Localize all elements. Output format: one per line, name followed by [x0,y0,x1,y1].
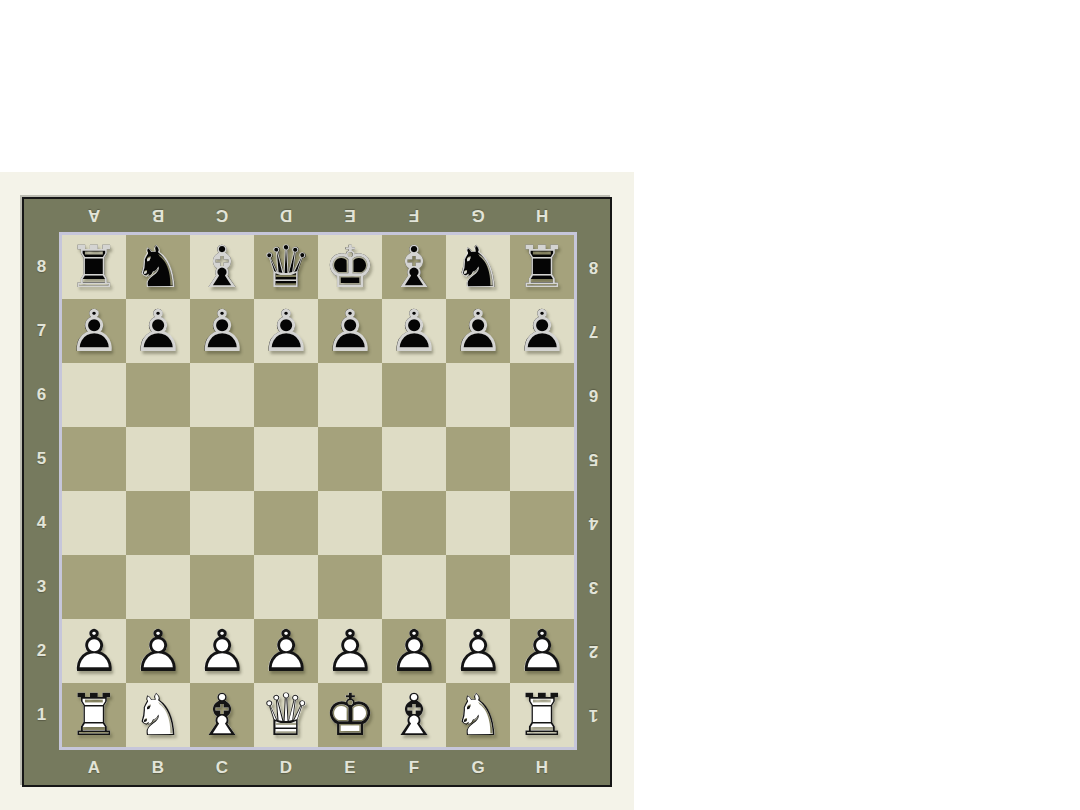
square-g4[interactable] [446,491,510,555]
piece-black-pawn-g7[interactable]: ♟♙ [446,299,510,363]
black-pawn-outline-icon: ♙ [382,299,446,363]
square-g3[interactable] [446,555,510,619]
chess-board: ABCDEFGH ABCDEFGH 87654321 87654321 ♜♖♞♘… [22,197,612,787]
file-label-h: H [510,199,574,232]
white-bishop-outline-icon: ♗ [382,683,446,747]
piece-black-pawn-h7[interactable]: ♟♙ [510,299,574,363]
square-f8[interactable]: ♝♗ [382,235,446,299]
file-label-b: B [126,199,190,232]
square-b2[interactable]: ♟♙ [126,619,190,683]
piece-black-knight-g8[interactable]: ♞♘ [446,235,510,299]
file-label-h: H [510,750,574,785]
black-pawn-outline-icon: ♙ [510,299,574,363]
square-c6[interactable] [190,363,254,427]
rank-label-6: 6 [577,363,610,427]
square-a4[interactable] [62,491,126,555]
piece-white-knight-g1[interactable]: ♞♘ [446,683,510,747]
rank-label-1: 1 [24,683,59,747]
square-c8[interactable]: ♝♗ [190,235,254,299]
black-queen-outline-icon: ♕ [254,235,318,299]
black-bishop-outline-icon: ♗ [382,235,446,299]
square-h8[interactable]: ♜♖ [510,235,574,299]
square-b1[interactable]: ♞♘ [126,683,190,747]
square-e4[interactable] [318,491,382,555]
rank-labels-left: 87654321 [24,235,59,747]
square-d5[interactable] [254,427,318,491]
square-h7[interactable]: ♟♙ [510,299,574,363]
square-h1[interactable]: ♜♖ [510,683,574,747]
square-b7[interactable]: ♟♙ [126,299,190,363]
piece-white-bishop-f1[interactable]: ♝♗ [382,683,446,747]
square-h5[interactable] [510,427,574,491]
white-pawn-outline-icon: ♙ [446,619,510,683]
square-e8[interactable]: ♚♔ [318,235,382,299]
square-d4[interactable] [254,491,318,555]
black-bishop-outline-icon: ♗ [190,235,254,299]
board-panel: ABCDEFGH ABCDEFGH 87654321 87654321 ♜♖♞♘… [0,172,634,810]
rank-label-7: 7 [24,299,59,363]
square-h2[interactable]: ♟♙ [510,619,574,683]
square-h4[interactable] [510,491,574,555]
square-e6[interactable] [318,363,382,427]
file-label-d: D [254,750,318,785]
piece-white-pawn-a2[interactable]: ♟♙ [62,619,126,683]
piece-black-pawn-d7[interactable]: ♟♙ [254,299,318,363]
piece-white-pawn-d2[interactable]: ♟♙ [254,619,318,683]
piece-black-rook-h8[interactable]: ♜♖ [510,235,574,299]
piece-white-pawn-b2[interactable]: ♟♙ [126,619,190,683]
square-g8[interactable]: ♞♘ [446,235,510,299]
piece-black-pawn-f7[interactable]: ♟♙ [382,299,446,363]
white-pawn-outline-icon: ♙ [126,619,190,683]
rank-label-2: 2 [24,619,59,683]
white-bishop-outline-icon: ♗ [190,683,254,747]
square-e3[interactable] [318,555,382,619]
file-labels-bottom: ABCDEFGH [62,750,574,785]
square-f7[interactable]: ♟♙ [382,299,446,363]
rank-label-8: 8 [24,235,59,299]
rank-label-3: 3 [24,555,59,619]
white-knight-outline-icon: ♘ [446,683,510,747]
piece-black-pawn-c7[interactable]: ♟♙ [190,299,254,363]
rank-label-7: 7 [577,299,610,363]
file-label-c: C [190,750,254,785]
piece-black-knight-b8[interactable]: ♞♘ [126,235,190,299]
square-b5[interactable] [126,427,190,491]
rank-label-2: 2 [577,619,610,683]
black-knight-outline-icon: ♘ [126,235,190,299]
file-label-c: C [190,199,254,232]
black-knight-outline-icon: ♘ [446,235,510,299]
white-pawn-outline-icon: ♙ [382,619,446,683]
square-b8[interactable]: ♞♘ [126,235,190,299]
square-c5[interactable] [190,427,254,491]
square-g7[interactable]: ♟♙ [446,299,510,363]
black-pawn-outline-icon: ♙ [446,299,510,363]
square-d6[interactable] [254,363,318,427]
board-grid: ♜♖♞♘♝♗♛♕♚♔♝♗♞♘♜♖♟♙♟♙♟♙♟♙♟♙♟♙♟♙♟♙♟♙♟♙♟♙♟♙… [62,235,574,747]
file-label-f: F [382,199,446,232]
rank-label-6: 6 [24,363,59,427]
square-g1[interactable]: ♞♘ [446,683,510,747]
piece-white-pawn-f2[interactable]: ♟♙ [382,619,446,683]
file-label-g: G [446,750,510,785]
square-f2[interactable]: ♟♙ [382,619,446,683]
black-pawn-outline-icon: ♙ [62,299,126,363]
square-h3[interactable] [510,555,574,619]
file-label-f: F [382,750,446,785]
piece-white-rook-a1[interactable]: ♜♖ [62,683,126,747]
piece-black-queen-d8[interactable]: ♛♕ [254,235,318,299]
square-a6[interactable] [62,363,126,427]
square-f6[interactable] [382,363,446,427]
square-b4[interactable] [126,491,190,555]
piece-white-pawn-e2[interactable]: ♟♙ [318,619,382,683]
black-rook-outline-icon: ♖ [510,235,574,299]
white-pawn-outline-icon: ♙ [62,619,126,683]
square-c7[interactable]: ♟♙ [190,299,254,363]
piece-black-bishop-c8[interactable]: ♝♗ [190,235,254,299]
white-pawn-outline-icon: ♙ [190,619,254,683]
piece-white-knight-b1[interactable]: ♞♘ [126,683,190,747]
rank-label-8: 8 [577,235,610,299]
board-field: ♜♖♞♘♝♗♛♕♚♔♝♗♞♘♜♖♟♙♟♙♟♙♟♙♟♙♟♙♟♙♟♙♟♙♟♙♟♙♟♙… [59,232,577,750]
piece-white-pawn-g2[interactable]: ♟♙ [446,619,510,683]
black-pawn-outline-icon: ♙ [254,299,318,363]
white-queen-outline-icon: ♕ [254,683,318,747]
piece-white-rook-h1[interactable]: ♜♖ [510,683,574,747]
file-label-g: G [446,199,510,232]
square-d1[interactable]: ♛♕ [254,683,318,747]
white-rook-outline-icon: ♖ [62,683,126,747]
piece-white-pawn-h2[interactable]: ♟♙ [510,619,574,683]
piece-black-pawn-b7[interactable]: ♟♙ [126,299,190,363]
square-d2[interactable]: ♟♙ [254,619,318,683]
file-label-b: B [126,750,190,785]
square-d7[interactable]: ♟♙ [254,299,318,363]
rank-labels-right: 87654321 [577,235,610,747]
square-g6[interactable] [446,363,510,427]
square-d8[interactable]: ♛♕ [254,235,318,299]
square-b3[interactable] [126,555,190,619]
piece-black-king-e8[interactable]: ♚♔ [318,235,382,299]
square-h6[interactable] [510,363,574,427]
square-c3[interactable] [190,555,254,619]
white-pawn-outline-icon: ♙ [318,619,382,683]
rank-label-3: 3 [577,555,610,619]
file-label-d: D [254,199,318,232]
file-label-a: A [62,199,126,232]
square-f5[interactable] [382,427,446,491]
white-pawn-outline-icon: ♙ [510,619,574,683]
piece-black-pawn-a7[interactable]: ♟♙ [62,299,126,363]
rank-label-4: 4 [577,491,610,555]
piece-white-king-e1[interactable]: ♚♔ [318,683,382,747]
square-b6[interactable] [126,363,190,427]
piece-black-bishop-f8[interactable]: ♝♗ [382,235,446,299]
square-g2[interactable]: ♟♙ [446,619,510,683]
square-e7[interactable]: ♟♙ [318,299,382,363]
square-c4[interactable] [190,491,254,555]
square-a8[interactable]: ♜♖ [62,235,126,299]
piece-white-pawn-c2[interactable]: ♟♙ [190,619,254,683]
square-e1[interactable]: ♚♔ [318,683,382,747]
piece-white-queen-d1[interactable]: ♛♕ [254,683,318,747]
piece-white-bishop-c1[interactable]: ♝♗ [190,683,254,747]
square-a2[interactable]: ♟♙ [62,619,126,683]
square-f4[interactable] [382,491,446,555]
square-a1[interactable]: ♜♖ [62,683,126,747]
rank-label-5: 5 [577,427,610,491]
square-d3[interactable] [254,555,318,619]
file-label-e: E [318,750,382,785]
square-e5[interactable] [318,427,382,491]
square-a7[interactable]: ♟♙ [62,299,126,363]
file-labels-top: ABCDEFGH [62,199,574,232]
black-rook-outline-icon: ♖ [62,235,126,299]
square-f1[interactable]: ♝♗ [382,683,446,747]
square-f3[interactable] [382,555,446,619]
square-c2[interactable]: ♟♙ [190,619,254,683]
piece-black-pawn-e7[interactable]: ♟♙ [318,299,382,363]
square-g5[interactable] [446,427,510,491]
white-king-outline-icon: ♔ [318,683,382,747]
white-pawn-outline-icon: ♙ [254,619,318,683]
black-king-outline-icon: ♔ [318,235,382,299]
square-c1[interactable]: ♝♗ [190,683,254,747]
rank-label-5: 5 [24,427,59,491]
file-label-a: A [62,750,126,785]
white-knight-outline-icon: ♘ [126,683,190,747]
black-pawn-outline-icon: ♙ [318,299,382,363]
white-rook-outline-icon: ♖ [510,683,574,747]
square-e2[interactable]: ♟♙ [318,619,382,683]
square-a5[interactable] [62,427,126,491]
black-pawn-outline-icon: ♙ [190,299,254,363]
rank-label-4: 4 [24,491,59,555]
file-label-e: E [318,199,382,232]
rank-label-1: 1 [577,683,610,747]
square-a3[interactable] [62,555,126,619]
black-pawn-outline-icon: ♙ [126,299,190,363]
piece-black-rook-a8[interactable]: ♜♖ [62,235,126,299]
